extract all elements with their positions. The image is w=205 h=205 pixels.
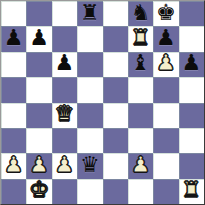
piece-black-pawn-g7[interactable]: ♟ [156,27,176,49]
piece-black-pawn-h6[interactable]: ♟ [181,52,201,74]
piece-black-pawn-c6[interactable]: ♟ [55,52,75,74]
piece-black-knight-f8[interactable]: ♞ [131,2,151,24]
square-d6[interactable] [77,52,102,77]
square-a4[interactable] [1,103,26,128]
square-h5[interactable] [179,77,204,102]
square-c5[interactable] [52,77,77,102]
piece-white-queen-c4[interactable]: ♛ [55,103,75,125]
square-d5[interactable] [77,77,102,102]
square-g6[interactable]: ♟ [153,52,178,77]
square-a2[interactable]: ♟ [1,153,26,178]
square-d3[interactable] [77,128,102,153]
square-e8[interactable] [103,1,128,26]
piece-black-pawn-b7[interactable]: ♟ [29,27,49,49]
piece-black-king-g8[interactable]: ♚ [156,2,176,24]
square-h3[interactable] [179,128,204,153]
square-c1[interactable] [52,179,77,204]
square-e7[interactable] [103,26,128,51]
square-g1[interactable] [153,179,178,204]
square-d2[interactable]: ♛ [77,153,102,178]
square-f5[interactable] [128,77,153,102]
square-h8[interactable] [179,1,204,26]
square-f6[interactable]: ♝ [128,52,153,77]
square-b5[interactable] [26,77,51,102]
chess-board: ♜♞♚♟♟♜♟♟♝♟♟♛♟♟♟♛♟♚♜ [0,0,205,205]
piece-white-pawn-a2[interactable]: ♟ [4,154,24,176]
square-g7[interactable]: ♟ [153,26,178,51]
square-h7[interactable] [179,26,204,51]
square-c8[interactable] [52,1,77,26]
square-a3[interactable] [1,128,26,153]
square-g5[interactable] [153,77,178,102]
square-c7[interactable] [52,26,77,51]
square-g2[interactable] [153,153,178,178]
square-h2[interactable] [179,153,204,178]
square-f2[interactable]: ♟ [128,153,153,178]
square-c3[interactable] [52,128,77,153]
square-b6[interactable] [26,52,51,77]
square-h4[interactable] [179,103,204,128]
piece-white-rook-h1[interactable]: ♜ [181,179,201,201]
square-c2[interactable]: ♟ [52,153,77,178]
square-a7[interactable]: ♟ [1,26,26,51]
piece-black-rook-d8[interactable]: ♜ [80,2,100,24]
square-d4[interactable] [77,103,102,128]
square-b7[interactable]: ♟ [26,26,51,51]
square-f8[interactable]: ♞ [128,1,153,26]
piece-white-pawn-c2[interactable]: ♟ [55,154,75,176]
square-c4[interactable]: ♛ [52,103,77,128]
square-c6[interactable]: ♟ [52,52,77,77]
square-e4[interactable] [103,103,128,128]
piece-black-queen-d2[interactable]: ♛ [80,154,100,176]
square-e2[interactable] [103,153,128,178]
square-d8[interactable]: ♜ [77,1,102,26]
square-h6[interactable]: ♟ [179,52,204,77]
piece-white-pawn-g6[interactable]: ♟ [156,52,176,74]
square-b3[interactable] [26,128,51,153]
square-h1[interactable]: ♜ [179,179,204,204]
piece-white-pawn-f2[interactable]: ♟ [131,154,151,176]
square-b8[interactable] [26,1,51,26]
square-e6[interactable] [103,52,128,77]
square-a6[interactable] [1,52,26,77]
square-e5[interactable] [103,77,128,102]
square-b4[interactable] [26,103,51,128]
square-b2[interactable]: ♟ [26,153,51,178]
square-a1[interactable] [1,179,26,204]
square-g4[interactable] [153,103,178,128]
piece-white-rook-f7[interactable]: ♜ [131,27,151,49]
square-a8[interactable] [1,1,26,26]
square-g3[interactable] [153,128,178,153]
piece-black-pawn-a7[interactable]: ♟ [4,27,24,49]
square-e1[interactable] [103,179,128,204]
square-e3[interactable] [103,128,128,153]
square-d7[interactable] [77,26,102,51]
piece-white-king-b1[interactable]: ♚ [29,179,49,201]
chess-board-wrap: ♜♞♚♟♟♜♟♟♝♟♟♛♟♟♟♛♟♚♜ [0,0,205,205]
piece-white-pawn-b2[interactable]: ♟ [29,154,49,176]
square-b1[interactable]: ♚ [26,179,51,204]
square-d1[interactable] [77,179,102,204]
square-a5[interactable] [1,77,26,102]
square-f7[interactable]: ♜ [128,26,153,51]
piece-black-bishop-f6[interactable]: ♝ [131,52,151,74]
square-f3[interactable] [128,128,153,153]
square-g8[interactable]: ♚ [153,1,178,26]
square-f1[interactable] [128,179,153,204]
square-f4[interactable] [128,103,153,128]
